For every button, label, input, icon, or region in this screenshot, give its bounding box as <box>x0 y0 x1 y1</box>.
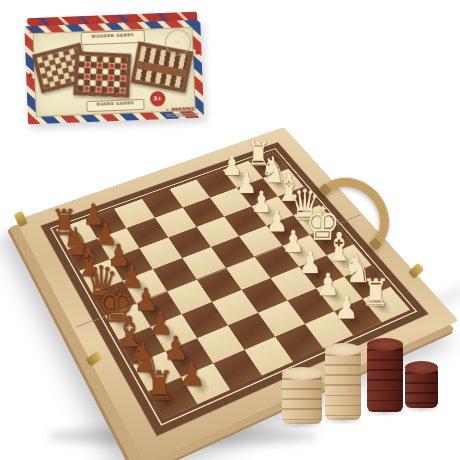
piece-black-rook[interactable]: ♜ <box>140 367 178 405</box>
warning-text: ⚠ WARNING <box>166 106 195 112</box>
checker-stack-mahogany-1 <box>367 341 403 412</box>
warning-fine-print <box>166 115 198 117</box>
product-box: ★ ★ ★ WOODEN GAMES 〰 3+ ⚠ WARNING BOARD … <box>24 12 204 125</box>
checker-stack-natural-2 <box>325 346 361 420</box>
box-banner-bottom: BOARD GAMES <box>86 99 144 112</box>
piece-white-pawn[interactable]: ♟ <box>329 293 364 323</box>
warning-label: ⚠ WARNING <box>166 107 198 117</box>
checkers-thumbnail <box>73 51 131 98</box>
square[interactable] <box>226 257 271 290</box>
square[interactable]: ♜ <box>363 287 410 322</box>
piece-black-pawn[interactable]: ♟ <box>174 359 211 391</box>
checker-stack-mahogany-2 <box>405 364 438 408</box>
product-box-panel: WOODEN GAMES 〰 3+ ⚠ WARNING BOARD GAMES <box>33 27 196 117</box>
age-badge: 3+ <box>151 92 164 105</box>
checker-stack-natural-1 <box>282 370 322 424</box>
box-banner-top: WOODEN GAMES <box>81 30 145 45</box>
star-icon: ★ <box>194 50 201 57</box>
star-icon: ★ <box>27 72 34 79</box>
product-box-front: ★ ★ ★ WOODEN GAMES 〰 3+ ⚠ WARNING BOARD … <box>24 20 204 125</box>
